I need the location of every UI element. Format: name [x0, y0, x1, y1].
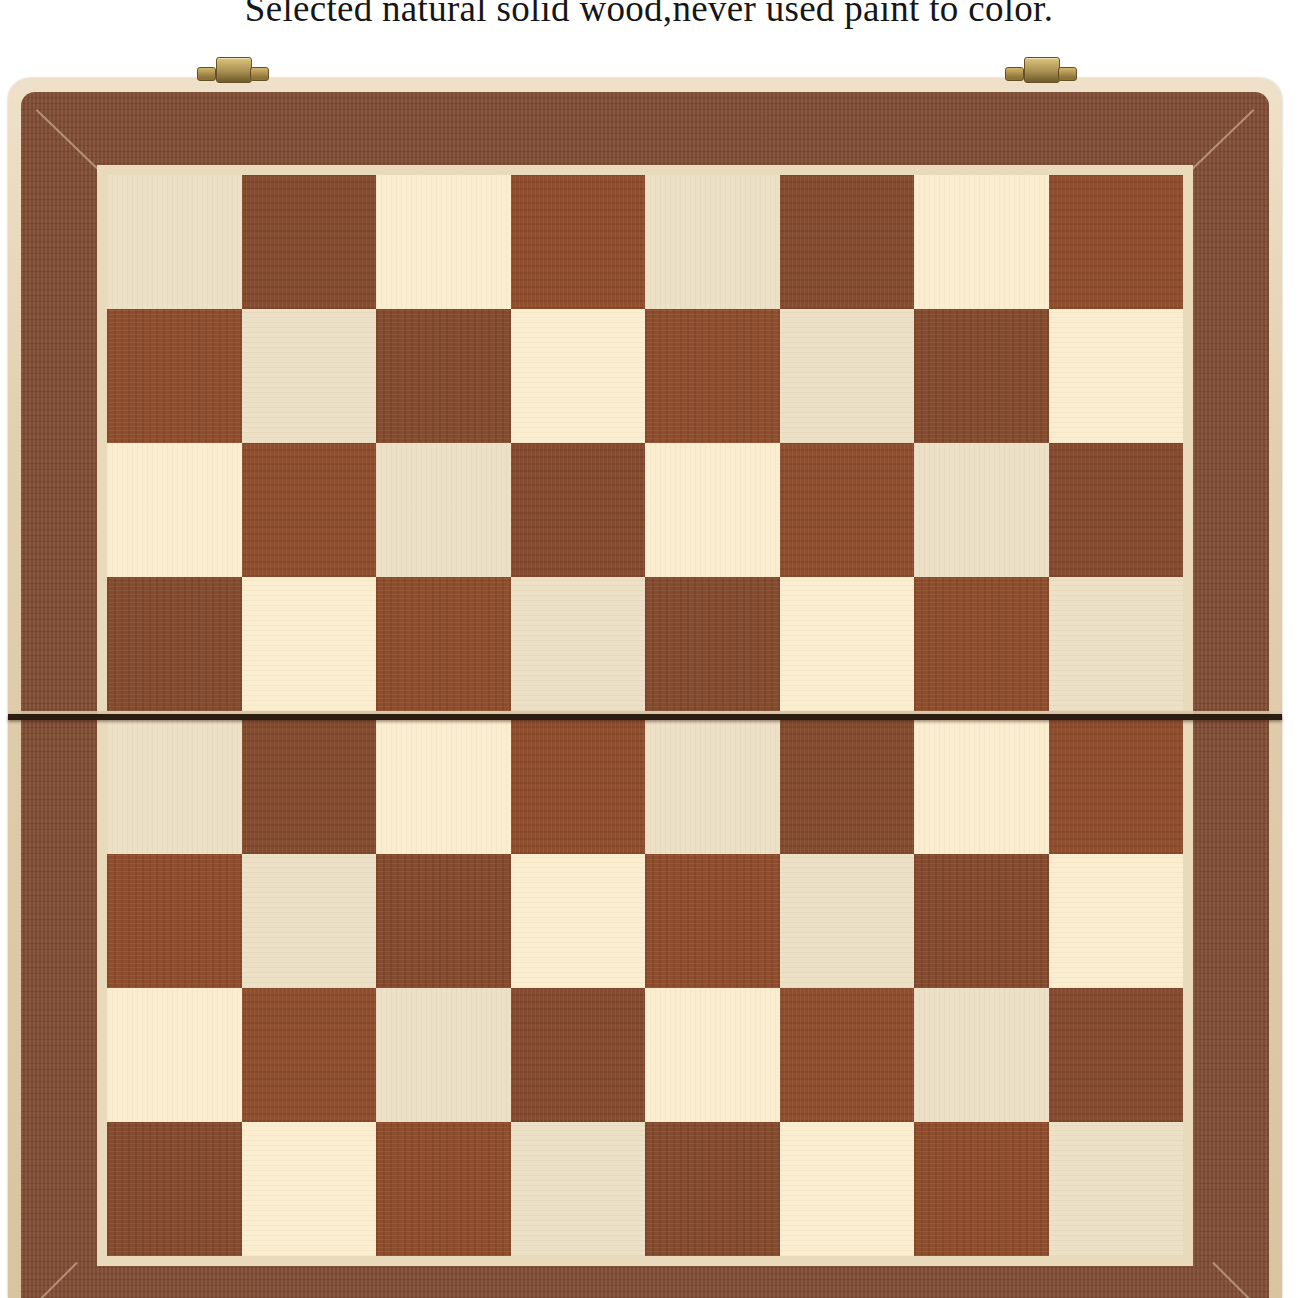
square-f3[interactable]: [780, 854, 915, 988]
square-f1[interactable]: [780, 1122, 915, 1256]
square-g1[interactable]: [914, 1122, 1049, 1256]
square-b3[interactable]: [242, 854, 377, 988]
square-e2[interactable]: [645, 988, 780, 1122]
hinge-knuckle-icon: [1058, 67, 1077, 81]
square-h5[interactable]: [1049, 577, 1184, 711]
square-a7[interactable]: [107, 309, 242, 443]
fold-seam-gap: [8, 714, 1282, 720]
square-f2[interactable]: [780, 988, 915, 1122]
square-h3[interactable]: [1049, 854, 1184, 988]
square-d8[interactable]: [511, 175, 646, 309]
square-b7[interactable]: [242, 309, 377, 443]
square-d2[interactable]: [511, 988, 646, 1122]
square-b1[interactable]: [242, 1122, 377, 1256]
square-g6[interactable]: [914, 443, 1049, 577]
square-c5[interactable]: [376, 577, 511, 711]
chess-board: [8, 78, 1282, 1298]
square-d6[interactable]: [511, 443, 646, 577]
square-c1[interactable]: [376, 1122, 511, 1256]
square-g2[interactable]: [914, 988, 1049, 1122]
square-c6[interactable]: [376, 443, 511, 577]
square-a3[interactable]: [107, 854, 242, 988]
square-b4[interactable]: [242, 720, 377, 854]
square-d3[interactable]: [511, 854, 646, 988]
square-e6[interactable]: [645, 443, 780, 577]
square-e7[interactable]: [645, 309, 780, 443]
square-a2[interactable]: [107, 988, 242, 1122]
hinge-plate-icon: [1024, 57, 1060, 83]
brass-hinge-left: [197, 57, 269, 84]
square-h1[interactable]: [1049, 1122, 1184, 1256]
square-c4[interactable]: [376, 720, 511, 854]
square-g8[interactable]: [914, 175, 1049, 309]
hinge-knuckle-icon: [1005, 67, 1024, 81]
square-e5[interactable]: [645, 577, 780, 711]
square-c7[interactable]: [376, 309, 511, 443]
brass-hinge-right: [1005, 57, 1077, 84]
square-a6[interactable]: [107, 443, 242, 577]
fold-seam: [8, 711, 1282, 720]
square-d5[interactable]: [511, 577, 646, 711]
hinge-knuckle-icon: [197, 67, 216, 81]
square-b5[interactable]: [242, 577, 377, 711]
square-h4[interactable]: [1049, 720, 1184, 854]
frame-miter-bottom-right: [1212, 1262, 1250, 1298]
square-e4[interactable]: [645, 720, 780, 854]
square-d7[interactable]: [511, 309, 646, 443]
square-c3[interactable]: [376, 854, 511, 988]
square-g7[interactable]: [914, 309, 1049, 443]
board-bottom-half: [107, 720, 1183, 1256]
square-d4[interactable]: [511, 720, 646, 854]
square-e1[interactable]: [645, 1122, 780, 1256]
square-g5[interactable]: [914, 577, 1049, 711]
board-top-half: [107, 175, 1183, 711]
square-e8[interactable]: [645, 175, 780, 309]
square-c8[interactable]: [376, 175, 511, 309]
square-b8[interactable]: [242, 175, 377, 309]
hinge-knuckle-icon: [250, 67, 269, 81]
square-f6[interactable]: [780, 443, 915, 577]
square-f7[interactable]: [780, 309, 915, 443]
square-a1[interactable]: [107, 1122, 242, 1256]
square-f4[interactable]: [780, 720, 915, 854]
square-c2[interactable]: [376, 988, 511, 1122]
square-b2[interactable]: [242, 988, 377, 1122]
square-f5[interactable]: [780, 577, 915, 711]
square-f8[interactable]: [780, 175, 915, 309]
square-h7[interactable]: [1049, 309, 1184, 443]
square-d1[interactable]: [511, 1122, 646, 1256]
square-h2[interactable]: [1049, 988, 1184, 1122]
square-a5[interactable]: [107, 577, 242, 711]
frame-miter-bottom-left: [40, 1262, 78, 1298]
square-e3[interactable]: [645, 854, 780, 988]
square-g3[interactable]: [914, 854, 1049, 988]
hinge-plate-icon: [216, 57, 252, 83]
square-a8[interactable]: [107, 175, 242, 309]
square-h8[interactable]: [1049, 175, 1184, 309]
square-a4[interactable]: [107, 720, 242, 854]
square-g4[interactable]: [914, 720, 1049, 854]
square-b6[interactable]: [242, 443, 377, 577]
square-h6[interactable]: [1049, 443, 1184, 577]
caption-text: Selected natural solid wood,never used p…: [0, 0, 1298, 30]
